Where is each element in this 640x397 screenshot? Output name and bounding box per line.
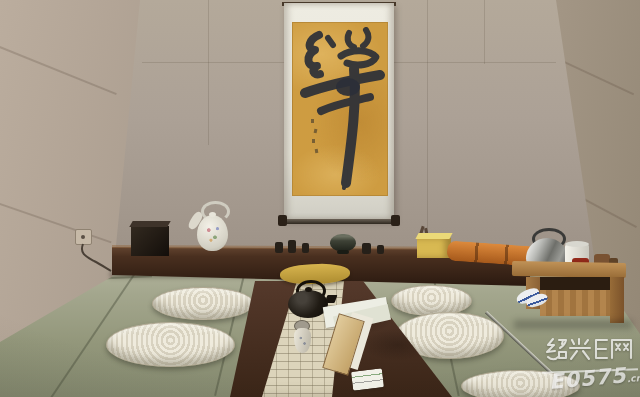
wall-panel-seam — [583, 198, 637, 227]
watermark-code: E0575.cn — [548, 362, 640, 394]
slippers — [516, 286, 550, 310]
scroll-orange-panel — [292, 22, 388, 196]
calligraphy-strokes — [293, 23, 387, 193]
wall-panel-seam — [484, 0, 485, 64]
incense-piece — [362, 243, 371, 254]
wall-panel-seam — [0, 203, 112, 243]
scroll-bottom-rod — [278, 219, 400, 224]
calligraphy-scroll: 禅 — [278, 2, 400, 230]
porcelain-teapot — [186, 200, 234, 254]
meditation-cushion — [106, 322, 235, 367]
tea-room-photo: 禅 — [0, 0, 640, 397]
bowl-body — [330, 234, 356, 251]
low-tea-table — [228, 264, 454, 397]
watermark-logo-glyphs — [543, 335, 635, 365]
teapot-lid-knob — [209, 212, 216, 217]
power-cord — [70, 241, 116, 275]
watermark-suffix: .cn — [626, 373, 640, 384]
incense-piece — [275, 242, 283, 253]
incense-piece — [377, 245, 384, 254]
name-card — [351, 368, 384, 391]
side-table-shadow — [514, 320, 632, 329]
incense-piece — [302, 243, 309, 253]
iron-teapot-knob — [305, 287, 312, 292]
signature-mark — [311, 119, 314, 123]
side-table-leg — [610, 277, 624, 323]
iron-teapot-body — [288, 290, 328, 318]
teapot-body — [197, 215, 228, 251]
singing-bowl — [329, 232, 357, 255]
scroll-knob-right — [391, 215, 400, 226]
wall-panel-seam — [0, 46, 117, 95]
watermark: 绍兴E网 E0575.cn — [540, 330, 640, 396]
wall-panel-seam — [208, 0, 209, 145]
yellow-box — [417, 238, 451, 258]
signature-mark — [312, 139, 315, 143]
side-table-top — [512, 261, 626, 278]
incense-piece — [288, 240, 296, 253]
bowl-base — [337, 250, 349, 254]
outlet-socket — [81, 235, 85, 239]
signature-mark — [315, 149, 319, 153]
wall-panel-seam — [427, 0, 428, 250]
black-wooden-box — [131, 226, 169, 256]
scroll-knob-left — [278, 215, 287, 226]
